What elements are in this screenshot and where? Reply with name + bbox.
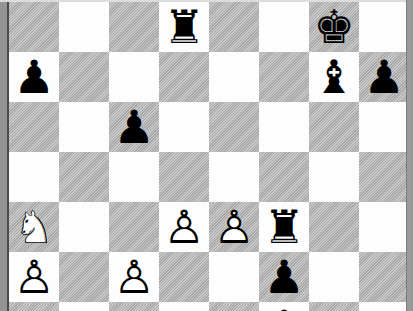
square-e2[interactable] — [209, 302, 259, 311]
white-pawn-outline: ♙ — [209, 202, 259, 252]
black-rook-outline: ♜ — [259, 202, 309, 252]
square-d5[interactable] — [159, 152, 209, 202]
white-knight-icon: ♞♘ — [9, 202, 59, 252]
square-a2[interactable] — [9, 302, 59, 311]
square-c6[interactable]: ♟ — [109, 102, 159, 152]
square-b2[interactable] — [59, 302, 109, 311]
white-knight-outline: ♘ — [9, 202, 59, 252]
square-f7[interactable] — [259, 52, 309, 102]
chess-board: ♜♚♟♝♟♟♞♘♟♙♟♙♜♟♙♟♙♟♟♙ — [7, 2, 409, 311]
square-a6[interactable] — [9, 102, 59, 152]
square-a5[interactable] — [9, 152, 59, 202]
black-pawn-icon: ♟ — [259, 252, 309, 302]
square-f4[interactable]: ♜ — [259, 202, 309, 252]
square-f5[interactable] — [259, 152, 309, 202]
square-b3[interactable] — [59, 252, 109, 302]
square-h8[interactable] — [359, 2, 409, 52]
square-b7[interactable] — [59, 52, 109, 102]
square-h5[interactable] — [359, 152, 409, 202]
black-king-icon: ♚ — [309, 2, 359, 52]
square-e6[interactable] — [209, 102, 259, 152]
black-bishop-outline: ♝ — [309, 52, 359, 102]
square-b6[interactable] — [59, 102, 109, 152]
white-pawn-outline: ♙ — [259, 302, 309, 311]
square-e3[interactable] — [209, 252, 259, 302]
square-c2[interactable] — [109, 302, 159, 311]
white-pawn-icon: ♟♙ — [9, 252, 59, 302]
square-b4[interactable] — [59, 202, 109, 252]
square-g4[interactable] — [309, 202, 359, 252]
square-a8[interactable] — [9, 2, 59, 52]
square-g2[interactable] — [309, 302, 359, 311]
square-f2[interactable]: ♟♙ — [259, 302, 309, 311]
black-rook-icon: ♜ — [259, 202, 309, 252]
square-b8[interactable] — [59, 2, 109, 52]
square-e4[interactable]: ♟♙ — [209, 202, 259, 252]
white-pawn-icon: ♟♙ — [159, 202, 209, 252]
square-e8[interactable] — [209, 2, 259, 52]
square-c8[interactable] — [109, 2, 159, 52]
square-h7[interactable]: ♟ — [359, 52, 409, 102]
black-pawn-icon: ♟ — [109, 102, 159, 152]
square-d4[interactable]: ♟♙ — [159, 202, 209, 252]
square-g8[interactable]: ♚ — [309, 2, 359, 52]
square-g5[interactable] — [309, 152, 359, 202]
black-pawn-icon: ♟ — [359, 52, 409, 102]
chess-app-window: ♜♚♟♝♟♟♞♘♟♙♟♙♜♟♙♟♙♟♟♙ — [0, 0, 414, 311]
white-pawn-outline: ♙ — [9, 252, 59, 302]
square-f8[interactable] — [259, 2, 309, 52]
black-pawn-outline: ♟ — [9, 52, 59, 102]
square-h2[interactable] — [359, 302, 409, 311]
black-king-outline: ♚ — [309, 2, 359, 52]
square-d8[interactable]: ♜ — [159, 2, 209, 52]
square-h3[interactable] — [359, 252, 409, 302]
square-d2[interactable] — [159, 302, 209, 311]
black-pawn-outline: ♟ — [259, 252, 309, 302]
square-a3[interactable]: ♟♙ — [9, 252, 59, 302]
white-pawn-icon: ♟♙ — [209, 202, 259, 252]
square-b5[interactable] — [59, 152, 109, 202]
white-pawn-outline: ♙ — [159, 202, 209, 252]
black-pawn-outline: ♟ — [359, 52, 409, 102]
square-d3[interactable] — [159, 252, 209, 302]
white-pawn-icon: ♟♙ — [109, 252, 159, 302]
white-pawn-outline: ♙ — [109, 252, 159, 302]
square-e7[interactable] — [209, 52, 259, 102]
square-e5[interactable] — [209, 152, 259, 202]
black-rook-outline: ♜ — [159, 2, 209, 52]
square-f6[interactable] — [259, 102, 309, 152]
square-g7[interactable]: ♝ — [309, 52, 359, 102]
black-pawn-outline: ♟ — [109, 102, 159, 152]
white-pawn-icon: ♟♙ — [259, 302, 309, 311]
square-d7[interactable] — [159, 52, 209, 102]
square-c3[interactable]: ♟♙ — [109, 252, 159, 302]
square-c5[interactable] — [109, 152, 159, 202]
square-h6[interactable] — [359, 102, 409, 152]
black-bishop-icon: ♝ — [309, 52, 359, 102]
square-g6[interactable] — [309, 102, 359, 152]
black-pawn-icon: ♟ — [9, 52, 59, 102]
square-c7[interactable] — [109, 52, 159, 102]
square-h4[interactable] — [359, 202, 409, 252]
square-f3[interactable]: ♟ — [259, 252, 309, 302]
square-a7[interactable]: ♟ — [9, 52, 59, 102]
square-g3[interactable] — [309, 252, 359, 302]
square-d6[interactable] — [159, 102, 209, 152]
square-a4[interactable]: ♞♘ — [9, 202, 59, 252]
board-frame-right — [406, 0, 414, 311]
square-c4[interactable] — [109, 202, 159, 252]
black-rook-icon: ♜ — [159, 2, 209, 52]
